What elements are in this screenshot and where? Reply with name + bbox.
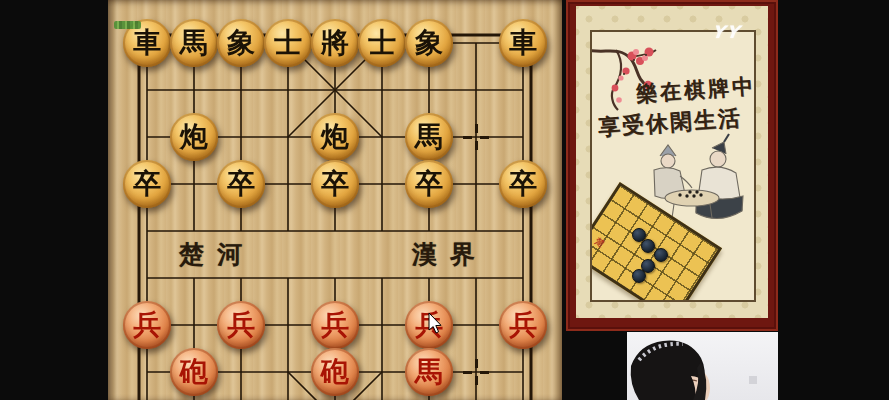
piece-black-cannon[interactable]: 炮 [170,113,218,161]
piece-red-soldier[interactable]: 兵 [123,301,171,349]
mini-board-stone [632,269,646,283]
mouse-cursor [428,313,444,335]
piece-black-horse[interactable]: 馬 [170,19,218,67]
cannon-point-marker [463,359,489,385]
piece-red-cannon[interactable]: 砲 [311,348,359,396]
piece-black-soldier[interactable]: 卒 [311,160,359,208]
xiangqi-board: 楚河 漢界 車馬象士將士象車炮炮馬卒卒卒卒卒兵兵兵兵兵砲砲馬 [108,0,562,400]
piece-black-horse[interactable]: 馬 [405,113,453,161]
poster: 樂在棋牌中 享受休閑生活 [566,0,778,331]
piece-red-soldier[interactable]: 兵 [499,301,547,349]
piece-red-soldier[interactable]: 兵 [311,301,359,349]
mini-board-stone [654,248,668,262]
stream-frame: 楚河 漢界 車馬象士將士象車炮炮馬卒卒卒卒卒兵兵兵兵兵砲砲馬 [0,0,889,400]
piece-red-soldier[interactable]: 兵 [217,301,265,349]
cannon-point-marker [463,124,489,150]
piece-black-soldier[interactable]: 卒 [123,160,171,208]
piece-red-cannon[interactable]: 砲 [170,348,218,396]
green-watermark [114,21,141,29]
yy-logo: YY [711,22,742,42]
webcam-video [627,332,778,400]
piece-black-soldier[interactable]: 卒 [405,160,453,208]
poster-damask-background: 樂在棋牌中 享受休閑生活 [576,6,768,318]
piece-black-soldier[interactable]: 卒 [217,160,265,208]
piece-black-elephant[interactable]: 象 [217,19,265,67]
piece-black-general[interactable]: 將 [311,19,359,67]
mini-board-stone [641,239,655,253]
river-label-left: 楚河 [157,238,277,271]
wall-artifact [749,376,757,384]
piece-black-cannon[interactable]: 炮 [311,113,359,161]
piece-black-elephant[interactable]: 象 [405,19,453,67]
piece-black-rook[interactable]: 車 [499,19,547,67]
mini-board-river-text: 楚河 [600,228,612,237]
poster-inner-panel: 樂在棋牌中 享受休閑生活 [590,30,756,302]
piece-black-soldier[interactable]: 卒 [499,160,547,208]
piece-red-horse[interactable]: 馬 [405,348,453,396]
streamer-portrait [627,332,778,400]
piece-black-advisor[interactable]: 士 [358,19,406,67]
piece-black-advisor[interactable]: 士 [264,19,312,67]
river-label-right: 漢界 [390,238,510,271]
